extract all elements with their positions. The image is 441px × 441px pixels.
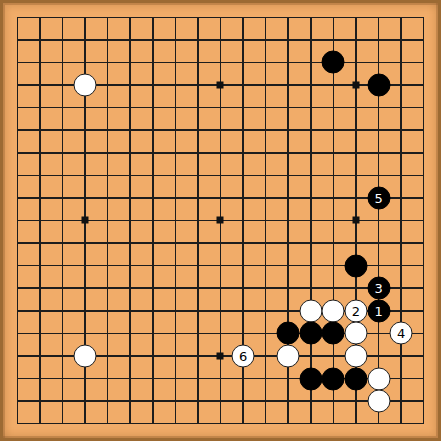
board-point-r6c6[interactable] [119, 119, 142, 142]
board-point-r11c3[interactable] [51, 232, 74, 255]
board-point-r9c9[interactable] [187, 187, 210, 210]
board-point-r14c10[interactable] [209, 300, 232, 323]
board-point-r16c17[interactable] [367, 345, 390, 368]
board-point-r14c12[interactable] [254, 300, 277, 323]
board-point-r1c17[interactable] [367, 6, 390, 29]
board-point-r16c12[interactable] [254, 345, 277, 368]
board-point-r4c2[interactable] [29, 74, 52, 97]
board-point-r4c13[interactable] [277, 74, 300, 97]
board-point-r9c8[interactable] [164, 187, 187, 210]
board-point-r1c19[interactable] [412, 6, 435, 29]
board-point-r6c12[interactable] [254, 119, 277, 142]
board-point-r14c4[interactable] [74, 300, 97, 323]
board-point-r3c12[interactable] [254, 51, 277, 74]
board-point-r15c17[interactable] [367, 322, 390, 345]
board-point-r9c12[interactable] [254, 187, 277, 210]
board-point-r8c19[interactable] [412, 164, 435, 187]
board-point-r4c10[interactable] [209, 74, 232, 97]
board-point-r6c17[interactable] [367, 119, 390, 142]
board-point-r13c9[interactable] [187, 277, 210, 300]
board-point-r3c19[interactable] [412, 51, 435, 74]
board-point-r17c11[interactable] [232, 367, 255, 390]
board-point-r2c4[interactable] [74, 29, 97, 52]
board-point-r8c16[interactable] [345, 164, 368, 187]
board-point-r14c18[interactable] [390, 300, 413, 323]
board-point-r16c3[interactable] [51, 345, 74, 368]
board-point-r5c16[interactable] [345, 96, 368, 119]
board-point-r17c19[interactable] [412, 367, 435, 390]
board-point-r12c16[interactable] [345, 254, 368, 277]
board-point-r17c17[interactable] [367, 367, 390, 390]
board-point-r15c13[interactable] [277, 322, 300, 345]
board-point-r3c15[interactable] [322, 51, 345, 74]
board-point-r6c13[interactable] [277, 119, 300, 142]
board-point-r11c6[interactable] [119, 232, 142, 255]
board-point-r15c11[interactable] [232, 322, 255, 345]
board-point-r13c14[interactable] [300, 277, 323, 300]
board-point-r2c7[interactable] [141, 29, 164, 52]
board-point-r12c7[interactable] [141, 254, 164, 277]
board-point-r6c5[interactable] [96, 119, 119, 142]
board-point-r17c13[interactable] [277, 367, 300, 390]
board-point-r15c5[interactable] [96, 322, 119, 345]
board-point-r7c11[interactable] [232, 141, 255, 164]
board-point-r10c2[interactable] [29, 209, 52, 232]
board-point-r6c1[interactable] [6, 119, 29, 142]
board-point-r19c17[interactable] [367, 412, 390, 435]
board-point-r14c11[interactable] [232, 300, 255, 323]
board-point-r10c10[interactable] [209, 209, 232, 232]
board-point-r16c18[interactable] [390, 345, 413, 368]
board-point-r19c4[interactable] [74, 412, 97, 435]
board-point-r8c13[interactable] [277, 164, 300, 187]
board-point-r10c8[interactable] [164, 209, 187, 232]
board-point-r10c4[interactable] [74, 209, 97, 232]
board-point-r5c19[interactable] [412, 96, 435, 119]
board-point-r5c7[interactable] [141, 96, 164, 119]
board-point-r6c19[interactable] [412, 119, 435, 142]
board-point-r2c2[interactable] [29, 29, 52, 52]
board-point-r15c1[interactable] [6, 322, 29, 345]
board-point-r11c11[interactable] [232, 232, 255, 255]
board-point-r3c4[interactable] [74, 51, 97, 74]
board-point-r1c1[interactable] [6, 6, 29, 29]
board-point-r10c1[interactable] [6, 209, 29, 232]
board-point-r10c15[interactable] [322, 209, 345, 232]
board-point-r7c19[interactable] [412, 141, 435, 164]
board-point-r10c13[interactable] [277, 209, 300, 232]
board-point-r17c3[interactable] [51, 367, 74, 390]
board-point-r9c11[interactable] [232, 187, 255, 210]
board-point-r9c14[interactable] [300, 187, 323, 210]
board-point-r4c6[interactable] [119, 74, 142, 97]
board-point-r10c19[interactable] [412, 209, 435, 232]
board-point-r1c6[interactable] [119, 6, 142, 29]
board-point-r7c7[interactable] [141, 141, 164, 164]
board-point-r17c8[interactable] [164, 367, 187, 390]
board-point-r5c18[interactable] [390, 96, 413, 119]
board-point-r7c18[interactable] [390, 141, 413, 164]
board-point-r16c9[interactable] [187, 345, 210, 368]
board-point-r4c15[interactable] [322, 74, 345, 97]
board-point-r6c4[interactable] [74, 119, 97, 142]
board-point-r15c9[interactable] [187, 322, 210, 345]
board-point-r16c16[interactable] [345, 345, 368, 368]
board-point-r8c2[interactable] [29, 164, 52, 187]
board-point-r1c11[interactable] [232, 6, 255, 29]
board-point-r15c7[interactable] [141, 322, 164, 345]
board-point-r4c17[interactable] [367, 74, 390, 97]
board-point-r19c14[interactable] [300, 412, 323, 435]
board-point-r12c10[interactable] [209, 254, 232, 277]
board-point-r5c1[interactable] [6, 96, 29, 119]
board-point-r18c9[interactable] [187, 390, 210, 413]
board-point-r13c5[interactable] [96, 277, 119, 300]
board-point-r2c5[interactable] [96, 29, 119, 52]
board-point-r9c13[interactable] [277, 187, 300, 210]
board-point-r8c17[interactable] [367, 164, 390, 187]
board-point-r4c12[interactable] [254, 74, 277, 97]
board-point-r16c11[interactable]: 6 [232, 345, 255, 368]
board-point-r19c12[interactable] [254, 412, 277, 435]
board-point-r18c4[interactable] [74, 390, 97, 413]
board-point-r8c18[interactable] [390, 164, 413, 187]
board-point-r2c13[interactable] [277, 29, 300, 52]
board-point-r9c2[interactable] [29, 187, 52, 210]
board-point-r12c18[interactable] [390, 254, 413, 277]
board-point-r10c14[interactable] [300, 209, 323, 232]
board-point-r9c15[interactable] [322, 187, 345, 210]
board-point-r5c14[interactable] [300, 96, 323, 119]
board-point-r14c14[interactable] [300, 300, 323, 323]
board-point-r2c12[interactable] [254, 29, 277, 52]
board-point-r15c14[interactable] [300, 322, 323, 345]
board-point-r16c19[interactable] [412, 345, 435, 368]
board-point-r11c14[interactable] [300, 232, 323, 255]
board-point-r15c2[interactable] [29, 322, 52, 345]
board-point-r1c3[interactable] [51, 6, 74, 29]
board-point-r5c17[interactable] [367, 96, 390, 119]
board-point-r4c3[interactable] [51, 74, 74, 97]
board-point-r16c1[interactable] [6, 345, 29, 368]
board-point-r9c19[interactable] [412, 187, 435, 210]
board-point-r2c15[interactable] [322, 29, 345, 52]
board-point-r18c11[interactable] [232, 390, 255, 413]
board-point-r8c12[interactable] [254, 164, 277, 187]
board-point-r3c9[interactable] [187, 51, 210, 74]
board-point-r10c17[interactable] [367, 209, 390, 232]
board-point-r2c8[interactable] [164, 29, 187, 52]
board-point-r11c18[interactable] [390, 232, 413, 255]
board-point-r8c11[interactable] [232, 164, 255, 187]
board-point-r11c1[interactable] [6, 232, 29, 255]
board-point-r1c8[interactable] [164, 6, 187, 29]
board-point-r4c4[interactable] [74, 74, 97, 97]
board-point-r12c5[interactable] [96, 254, 119, 277]
board-point-r6c15[interactable] [322, 119, 345, 142]
board-point-r12c9[interactable] [187, 254, 210, 277]
board-point-r15c19[interactable] [412, 322, 435, 345]
board-point-r1c18[interactable] [390, 6, 413, 29]
board-point-r13c16[interactable] [345, 277, 368, 300]
board-point-r6c8[interactable] [164, 119, 187, 142]
board-point-r11c5[interactable] [96, 232, 119, 255]
board-point-r17c7[interactable] [141, 367, 164, 390]
board-point-r3c1[interactable] [6, 51, 29, 74]
board-point-r1c7[interactable] [141, 6, 164, 29]
board-point-r11c8[interactable] [164, 232, 187, 255]
board-point-r7c6[interactable] [119, 141, 142, 164]
board-point-r12c1[interactable] [6, 254, 29, 277]
board-point-r17c6[interactable] [119, 367, 142, 390]
board-point-r13c12[interactable] [254, 277, 277, 300]
board-point-r4c7[interactable] [141, 74, 164, 97]
board-point-r18c8[interactable] [164, 390, 187, 413]
board-point-r7c5[interactable] [96, 141, 119, 164]
board-point-r2c14[interactable] [300, 29, 323, 52]
board-point-r8c15[interactable] [322, 164, 345, 187]
board-point-r1c15[interactable] [322, 6, 345, 29]
board-point-r18c17[interactable] [367, 390, 390, 413]
board-point-r12c6[interactable] [119, 254, 142, 277]
board-point-r10c5[interactable] [96, 209, 119, 232]
board-point-r13c1[interactable] [6, 277, 29, 300]
board-point-r11c9[interactable] [187, 232, 210, 255]
board-point-r8c9[interactable] [187, 164, 210, 187]
board-point-r12c3[interactable] [51, 254, 74, 277]
board-point-r6c3[interactable] [51, 119, 74, 142]
board-point-r17c9[interactable] [187, 367, 210, 390]
board-point-r9c17[interactable]: 5 [367, 187, 390, 210]
board-point-r13c15[interactable] [322, 277, 345, 300]
board-point-r8c8[interactable] [164, 164, 187, 187]
board-point-r7c10[interactable] [209, 141, 232, 164]
board-point-r16c8[interactable] [164, 345, 187, 368]
board-point-r13c7[interactable] [141, 277, 164, 300]
board-point-r10c7[interactable] [141, 209, 164, 232]
board-point-r8c6[interactable] [119, 164, 142, 187]
board-point-r15c6[interactable] [119, 322, 142, 345]
board-point-r17c14[interactable] [300, 367, 323, 390]
board-point-r6c10[interactable] [209, 119, 232, 142]
board-point-r11c12[interactable] [254, 232, 277, 255]
board-point-r11c4[interactable] [74, 232, 97, 255]
board-point-r14c6[interactable] [119, 300, 142, 323]
board-point-r6c14[interactable] [300, 119, 323, 142]
board-point-r2c11[interactable] [232, 29, 255, 52]
board-point-r2c3[interactable] [51, 29, 74, 52]
board-point-r13c2[interactable] [29, 277, 52, 300]
board-point-r16c13[interactable] [277, 345, 300, 368]
board-point-r3c2[interactable] [29, 51, 52, 74]
board-point-r7c1[interactable] [6, 141, 29, 164]
board-point-r6c9[interactable] [187, 119, 210, 142]
board-point-r5c3[interactable] [51, 96, 74, 119]
board-point-r15c4[interactable] [74, 322, 97, 345]
board-point-r7c12[interactable] [254, 141, 277, 164]
board-point-r10c16[interactable] [345, 209, 368, 232]
board-point-r13c8[interactable] [164, 277, 187, 300]
board-point-r8c1[interactable] [6, 164, 29, 187]
board-point-r6c18[interactable] [390, 119, 413, 142]
board-point-r5c10[interactable] [209, 96, 232, 119]
board-point-r9c5[interactable] [96, 187, 119, 210]
board-point-r15c3[interactable] [51, 322, 74, 345]
board-point-r3c7[interactable] [141, 51, 164, 74]
board-point-r3c17[interactable] [367, 51, 390, 74]
board-point-r3c10[interactable] [209, 51, 232, 74]
board-point-r19c8[interactable] [164, 412, 187, 435]
board-point-r5c11[interactable] [232, 96, 255, 119]
board-point-r4c1[interactable] [6, 74, 29, 97]
board-point-r12c17[interactable] [367, 254, 390, 277]
board-point-r3c13[interactable] [277, 51, 300, 74]
board-point-r4c16[interactable] [345, 74, 368, 97]
board-point-r2c6[interactable] [119, 29, 142, 52]
board-point-r12c14[interactable] [300, 254, 323, 277]
board-point-r5c9[interactable] [187, 96, 210, 119]
board-point-r1c10[interactable] [209, 6, 232, 29]
board-point-r14c3[interactable] [51, 300, 74, 323]
board-point-r11c2[interactable] [29, 232, 52, 255]
board-point-r3c16[interactable] [345, 51, 368, 74]
board-point-r1c12[interactable] [254, 6, 277, 29]
board-point-r8c4[interactable] [74, 164, 97, 187]
board-point-r18c7[interactable] [141, 390, 164, 413]
board-point-r6c2[interactable] [29, 119, 52, 142]
board-point-r15c8[interactable] [164, 322, 187, 345]
board-point-r7c17[interactable] [367, 141, 390, 164]
board-point-r15c16[interactable] [345, 322, 368, 345]
board-point-r16c4[interactable] [74, 345, 97, 368]
board-point-r6c7[interactable] [141, 119, 164, 142]
board-point-r10c12[interactable] [254, 209, 277, 232]
board-point-r5c15[interactable] [322, 96, 345, 119]
board-point-r5c12[interactable] [254, 96, 277, 119]
board-point-r3c5[interactable] [96, 51, 119, 74]
board-point-r10c18[interactable] [390, 209, 413, 232]
board-point-r18c12[interactable] [254, 390, 277, 413]
board-point-r15c15[interactable] [322, 322, 345, 345]
board-point-r4c5[interactable] [96, 74, 119, 97]
board-point-r4c19[interactable] [412, 74, 435, 97]
board-point-r17c12[interactable] [254, 367, 277, 390]
board-point-r13c6[interactable] [119, 277, 142, 300]
board-point-r4c11[interactable] [232, 74, 255, 97]
board-point-r19c18[interactable] [390, 412, 413, 435]
board-point-r14c15[interactable] [322, 300, 345, 323]
board-point-r19c11[interactable] [232, 412, 255, 435]
board-point-r18c10[interactable] [209, 390, 232, 413]
board-point-r13c19[interactable] [412, 277, 435, 300]
board-point-r2c10[interactable] [209, 29, 232, 52]
board-point-r14c9[interactable] [187, 300, 210, 323]
board-point-r7c8[interactable] [164, 141, 187, 164]
board-point-r12c8[interactable] [164, 254, 187, 277]
board-point-r16c14[interactable] [300, 345, 323, 368]
board-point-r2c9[interactable] [187, 29, 210, 52]
board-point-r11c19[interactable] [412, 232, 435, 255]
board-point-r5c6[interactable] [119, 96, 142, 119]
board-point-r3c14[interactable] [300, 51, 323, 74]
board-point-r16c15[interactable] [322, 345, 345, 368]
board-point-r7c13[interactable] [277, 141, 300, 164]
board-point-r19c6[interactable] [119, 412, 142, 435]
board-point-r9c3[interactable] [51, 187, 74, 210]
board-point-r17c18[interactable] [390, 367, 413, 390]
board-point-r19c15[interactable] [322, 412, 345, 435]
board-point-r18c1[interactable] [6, 390, 29, 413]
board-point-r13c13[interactable] [277, 277, 300, 300]
board-point-r4c14[interactable] [300, 74, 323, 97]
board-point-r16c10[interactable] [209, 345, 232, 368]
board-point-r7c16[interactable] [345, 141, 368, 164]
board-point-r3c18[interactable] [390, 51, 413, 74]
board-point-r14c17[interactable]: 1 [367, 300, 390, 323]
board-point-r17c5[interactable] [96, 367, 119, 390]
board-point-r18c6[interactable] [119, 390, 142, 413]
board-point-r18c19[interactable] [412, 390, 435, 413]
board-point-r11c15[interactable] [322, 232, 345, 255]
board-point-r14c2[interactable] [29, 300, 52, 323]
board-point-r1c9[interactable] [187, 6, 210, 29]
board-point-r9c16[interactable] [345, 187, 368, 210]
board-point-r10c6[interactable] [119, 209, 142, 232]
board-point-r11c17[interactable] [367, 232, 390, 255]
board-point-r19c5[interactable] [96, 412, 119, 435]
board-point-r19c13[interactable] [277, 412, 300, 435]
board-point-r11c7[interactable] [141, 232, 164, 255]
board-point-r3c3[interactable] [51, 51, 74, 74]
board-point-r3c11[interactable] [232, 51, 255, 74]
board-point-r14c13[interactable] [277, 300, 300, 323]
board-point-r19c10[interactable] [209, 412, 232, 435]
board-point-r8c14[interactable] [300, 164, 323, 187]
board-point-r9c18[interactable] [390, 187, 413, 210]
board-point-r11c13[interactable] [277, 232, 300, 255]
board-point-r2c1[interactable] [6, 29, 29, 52]
board-point-r18c3[interactable] [51, 390, 74, 413]
board-point-r16c5[interactable] [96, 345, 119, 368]
board-point-r5c4[interactable] [74, 96, 97, 119]
board-point-r12c13[interactable] [277, 254, 300, 277]
board-point-r5c2[interactable] [29, 96, 52, 119]
board-point-r3c8[interactable] [164, 51, 187, 74]
board-point-r7c14[interactable] [300, 141, 323, 164]
board-point-r11c16[interactable] [345, 232, 368, 255]
board-point-r4c8[interactable] [164, 74, 187, 97]
board-point-r19c16[interactable] [345, 412, 368, 435]
board-point-r18c2[interactable] [29, 390, 52, 413]
board-point-r6c11[interactable] [232, 119, 255, 142]
board-point-r9c7[interactable] [141, 187, 164, 210]
board-point-r12c19[interactable] [412, 254, 435, 277]
board-point-r2c18[interactable] [390, 29, 413, 52]
board-point-r13c17[interactable]: 3 [367, 277, 390, 300]
board-point-r4c9[interactable] [187, 74, 210, 97]
board-point-r19c2[interactable] [29, 412, 52, 435]
board-point-r9c10[interactable] [209, 187, 232, 210]
board-point-r2c19[interactable] [412, 29, 435, 52]
board-point-r16c7[interactable] [141, 345, 164, 368]
board-point-r1c14[interactable] [300, 6, 323, 29]
board-point-r7c2[interactable] [29, 141, 52, 164]
board-point-r10c3[interactable] [51, 209, 74, 232]
board-point-r7c15[interactable] [322, 141, 345, 164]
board-point-r18c18[interactable] [390, 390, 413, 413]
board-point-r8c10[interactable] [209, 164, 232, 187]
board-point-r19c7[interactable] [141, 412, 164, 435]
